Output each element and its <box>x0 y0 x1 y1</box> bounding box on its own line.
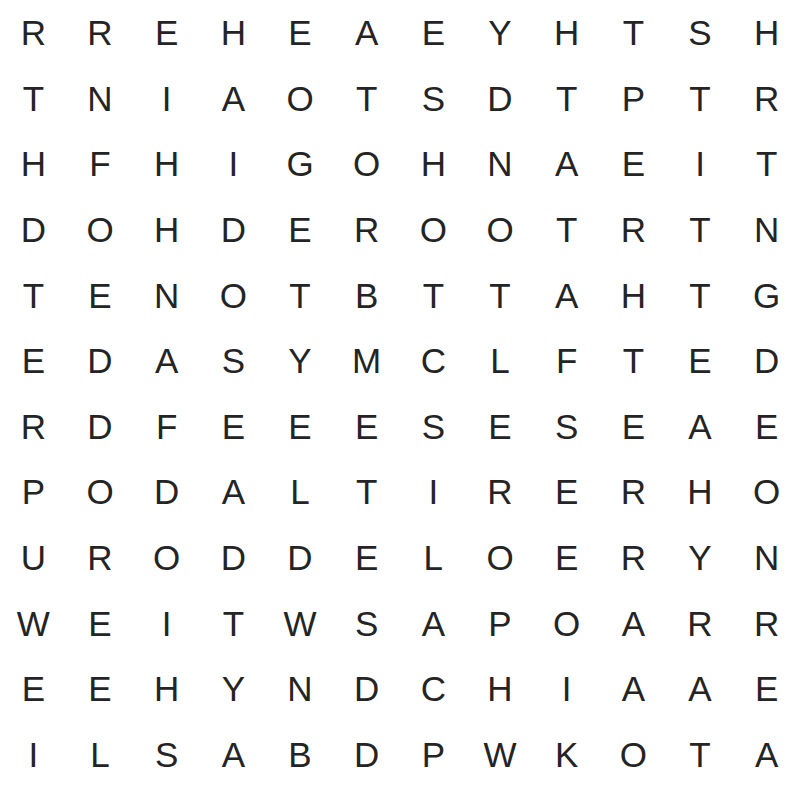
grid-cell-r8c1[interactable]: P <box>0 459 67 525</box>
grid-cell-r9c5[interactable]: D <box>267 525 334 591</box>
grid-cell-r2c4[interactable]: A <box>200 66 267 132</box>
grid-cell-r8c2[interactable]: O <box>67 459 134 525</box>
grid-cell-r4c4[interactable]: D <box>200 197 267 263</box>
grid-cell-r12c10[interactable]: O <box>600 721 667 787</box>
grid-cell-r8c4[interactable]: A <box>200 459 267 525</box>
grid-cell-r8c5[interactable]: L <box>267 459 334 525</box>
grid-cell-r7c7[interactable]: S <box>400 394 467 460</box>
grid-cell-r9c7[interactable]: L <box>400 525 467 591</box>
grid-cell-r1c1[interactable]: R <box>0 0 67 66</box>
grid-cell-r11c6[interactable]: D <box>333 656 400 722</box>
grid-cell-r9c8[interactable]: O <box>467 525 534 591</box>
grid-cell-r8c12[interactable]: O <box>733 459 800 525</box>
grid-cell-r7c6[interactable]: E <box>333 394 400 460</box>
grid-cell-r2c3[interactable]: I <box>133 66 200 132</box>
grid-cell-r12c8[interactable]: W <box>467 721 534 787</box>
grid-cell-r3c2[interactable]: F <box>67 131 134 197</box>
grid-cell-r12c2[interactable]: L <box>67 721 134 787</box>
grid-cell-r2c12[interactable]: R <box>733 66 800 132</box>
grid-cell-r4c1[interactable]: D <box>0 197 67 263</box>
grid-cell-r1c4[interactable]: H <box>200 0 267 66</box>
grid-cell-r2c9[interactable]: T <box>533 66 600 132</box>
grid-cell-r1c12[interactable]: H <box>733 0 800 66</box>
grid-cell-r5c12[interactable]: G <box>733 262 800 328</box>
grid-cell-r12c9[interactable]: K <box>533 721 600 787</box>
grid-cell-r6c4[interactable]: S <box>200 328 267 394</box>
grid-cell-r4c12[interactable]: N <box>733 197 800 263</box>
grid-cell-r8c7[interactable]: I <box>400 459 467 525</box>
grid-cell-r2c11[interactable]: T <box>667 66 734 132</box>
grid-cell-r2c7[interactable]: S <box>400 66 467 132</box>
grid-cell-r7c4[interactable]: E <box>200 394 267 460</box>
grid-cell-r3c11[interactable]: I <box>667 131 734 197</box>
grid-cell-r11c1[interactable]: E <box>0 656 67 722</box>
grid-cell-r12c5[interactable]: B <box>267 721 334 787</box>
grid-cell-r2c1[interactable]: T <box>0 66 67 132</box>
word-search-grid: RREHEAEYHTSHTNIAOTSDTPTRHFHIGOHNAEITDOHD… <box>0 0 800 787</box>
grid-cell-r5c10[interactable]: H <box>600 262 667 328</box>
grid-cell-r3c5[interactable]: G <box>267 131 334 197</box>
grid-cell-r6c12[interactable]: D <box>733 328 800 394</box>
grid-cell-r7c12[interactable]: E <box>733 394 800 460</box>
grid-cell-r10c8[interactable]: P <box>467 590 534 656</box>
grid-cell-r7c8[interactable]: E <box>467 394 534 460</box>
grid-cell-r5c11[interactable]: T <box>667 262 734 328</box>
grid-cell-r3c3[interactable]: H <box>133 131 200 197</box>
grid-cell-r10c7[interactable]: A <box>400 590 467 656</box>
grid-cell-r9c11[interactable]: Y <box>667 525 734 591</box>
grid-cell-r3c10[interactable]: E <box>600 131 667 197</box>
grid-cell-r1c3[interactable]: E <box>133 0 200 66</box>
grid-cell-r4c3[interactable]: H <box>133 197 200 263</box>
grid-cell-r10c12[interactable]: R <box>733 590 800 656</box>
grid-cell-r10c2[interactable]: E <box>67 590 134 656</box>
grid-cell-r2c5[interactable]: O <box>267 66 334 132</box>
grid-cell-r9c4[interactable]: D <box>200 525 267 591</box>
grid-cell-r7c3[interactable]: F <box>133 394 200 460</box>
grid-cell-r11c2[interactable]: E <box>67 656 134 722</box>
grid-cell-r7c10[interactable]: E <box>600 394 667 460</box>
grid-cell-r5c2[interactable]: E <box>67 262 134 328</box>
grid-cell-r1c10[interactable]: T <box>600 0 667 66</box>
grid-cell-r5c8[interactable]: T <box>467 262 534 328</box>
grid-cell-r10c1[interactable]: W <box>0 590 67 656</box>
grid-cell-r6c7[interactable]: C <box>400 328 467 394</box>
grid-cell-r2c6[interactable]: T <box>333 66 400 132</box>
grid-cell-r9c3[interactable]: O <box>133 525 200 591</box>
grid-cell-r3c1[interactable]: H <box>0 131 67 197</box>
grid-cell-r11c5[interactable]: N <box>267 656 334 722</box>
grid-cell-r5c9[interactable]: A <box>533 262 600 328</box>
grid-cell-r11c10[interactable]: A <box>600 656 667 722</box>
grid-cell-r11c7[interactable]: C <box>400 656 467 722</box>
grid-cell-r5c5[interactable]: T <box>267 262 334 328</box>
grid-cell-r10c10[interactable]: A <box>600 590 667 656</box>
grid-cell-r4c11[interactable]: T <box>667 197 734 263</box>
grid-cell-r5c1[interactable]: T <box>0 262 67 328</box>
grid-cell-r4c5[interactable]: E <box>267 197 334 263</box>
grid-cell-r7c1[interactable]: R <box>0 394 67 460</box>
grid-cell-r8c8[interactable]: R <box>467 459 534 525</box>
grid-cell-r1c7[interactable]: E <box>400 0 467 66</box>
grid-cell-r6c8[interactable]: L <box>467 328 534 394</box>
grid-cell-r12c11[interactable]: T <box>667 721 734 787</box>
grid-cell-r9c9[interactable]: E <box>533 525 600 591</box>
grid-cell-r8c3[interactable]: D <box>133 459 200 525</box>
grid-cell-r6c9[interactable]: F <box>533 328 600 394</box>
grid-cell-r12c12[interactable]: A <box>733 721 800 787</box>
grid-cell-r12c7[interactable]: P <box>400 721 467 787</box>
grid-cell-r4c10[interactable]: R <box>600 197 667 263</box>
grid-cell-r10c3[interactable]: I <box>133 590 200 656</box>
grid-cell-r12c4[interactable]: A <box>200 721 267 787</box>
grid-cell-r12c1[interactable]: I <box>0 721 67 787</box>
grid-cell-r11c3[interactable]: H <box>133 656 200 722</box>
grid-cell-r7c11[interactable]: A <box>667 394 734 460</box>
grid-cell-r10c4[interactable]: T <box>200 590 267 656</box>
grid-cell-r3c7[interactable]: H <box>400 131 467 197</box>
grid-cell-r1c5[interactable]: E <box>267 0 334 66</box>
grid-cell-r9c12[interactable]: N <box>733 525 800 591</box>
grid-cell-r3c6[interactable]: O <box>333 131 400 197</box>
grid-cell-r3c4[interactable]: I <box>200 131 267 197</box>
grid-cell-r1c11[interactable]: S <box>667 0 734 66</box>
grid-cell-r1c2[interactable]: R <box>67 0 134 66</box>
grid-cell-r2c2[interactable]: N <box>67 66 134 132</box>
grid-cell-r1c9[interactable]: H <box>533 0 600 66</box>
grid-cell-r11c4[interactable]: Y <box>200 656 267 722</box>
grid-cell-r6c10[interactable]: T <box>600 328 667 394</box>
grid-cell-r5c4[interactable]: O <box>200 262 267 328</box>
grid-cell-r9c1[interactable]: U <box>0 525 67 591</box>
grid-cell-r10c11[interactable]: R <box>667 590 734 656</box>
grid-cell-r4c6[interactable]: R <box>333 197 400 263</box>
grid-cell-r11c9[interactable]: I <box>533 656 600 722</box>
grid-cell-r3c8[interactable]: N <box>467 131 534 197</box>
grid-cell-r8c9[interactable]: E <box>533 459 600 525</box>
grid-cell-r4c8[interactable]: O <box>467 197 534 263</box>
grid-cell-r8c10[interactable]: R <box>600 459 667 525</box>
grid-cell-r3c12[interactable]: T <box>733 131 800 197</box>
grid-cell-r9c2[interactable]: R <box>67 525 134 591</box>
grid-cell-r3c9[interactable]: A <box>533 131 600 197</box>
grid-cell-r11c11[interactable]: A <box>667 656 734 722</box>
grid-cell-r10c9[interactable]: O <box>533 590 600 656</box>
grid-cell-r2c8[interactable]: D <box>467 66 534 132</box>
grid-cell-r8c11[interactable]: H <box>667 459 734 525</box>
grid-cell-r2c10[interactable]: P <box>600 66 667 132</box>
grid-cell-r10c5[interactable]: W <box>267 590 334 656</box>
grid-cell-r6c3[interactable]: A <box>133 328 200 394</box>
grid-cell-r8c6[interactable]: T <box>333 459 400 525</box>
grid-cell-r6c5[interactable]: Y <box>267 328 334 394</box>
grid-cell-r4c7[interactable]: O <box>400 197 467 263</box>
grid-cell-r1c6[interactable]: A <box>333 0 400 66</box>
grid-cell-r5c3[interactable]: N <box>133 262 200 328</box>
grid-cell-r1c8[interactable]: Y <box>467 0 534 66</box>
grid-cell-r9c10[interactable]: R <box>600 525 667 591</box>
grid-cell-r6c6[interactable]: M <box>333 328 400 394</box>
grid-cell-r4c2[interactable]: O <box>67 197 134 263</box>
grid-cell-r11c12[interactable]: E <box>733 656 800 722</box>
grid-cell-r6c1[interactable]: E <box>0 328 67 394</box>
grid-cell-r6c11[interactable]: E <box>667 328 734 394</box>
grid-cell-r11c8[interactable]: H <box>467 656 534 722</box>
grid-cell-r12c6[interactable]: D <box>333 721 400 787</box>
grid-cell-r5c6[interactable]: B <box>333 262 400 328</box>
grid-cell-r7c9[interactable]: S <box>533 394 600 460</box>
grid-cell-r4c9[interactable]: T <box>533 197 600 263</box>
grid-cell-r7c5[interactable]: E <box>267 394 334 460</box>
grid-cell-r7c2[interactable]: D <box>67 394 134 460</box>
grid-cell-r6c2[interactable]: D <box>67 328 134 394</box>
grid-cell-r9c6[interactable]: E <box>333 525 400 591</box>
grid-cell-r12c3[interactable]: S <box>133 721 200 787</box>
grid-cell-r10c6[interactable]: S <box>333 590 400 656</box>
grid-cell-r5c7[interactable]: T <box>400 262 467 328</box>
